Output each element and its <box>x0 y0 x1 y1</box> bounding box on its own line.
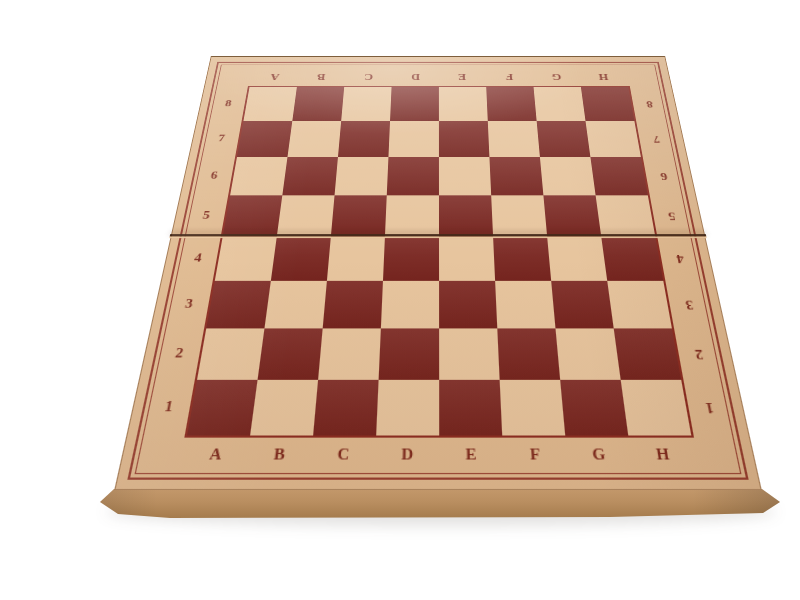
square-c5[interactable] <box>331 195 387 236</box>
square-d8[interactable] <box>390 87 439 121</box>
rank-label-left-7-text: 7 <box>217 134 225 143</box>
photo-background: ABCDEFGH ABCDEFGH 87654321 87654321 <box>0 0 800 600</box>
rank-label-right-1: 1 <box>681 380 738 436</box>
square-c7[interactable] <box>338 121 390 157</box>
rank-label-right-2-text: 2 <box>693 347 703 360</box>
square-e1[interactable] <box>439 380 502 436</box>
square-b1[interactable] <box>250 380 318 436</box>
rank-label-left-6: 6 <box>190 157 237 195</box>
rank-label-left-6-text: 6 <box>210 171 219 181</box>
file-label-bottom-e: E <box>439 436 504 475</box>
file-label-top-e-text: E <box>458 72 466 80</box>
square-d1[interactable] <box>376 380 439 436</box>
square-h7[interactable] <box>585 121 640 157</box>
file-label-top-h-text: H <box>597 72 608 80</box>
square-h6[interactable] <box>590 157 647 195</box>
rank-label-right-5-text: 5 <box>667 210 676 221</box>
square-b3[interactable] <box>264 281 326 329</box>
rank-label-left-4-text: 4 <box>193 253 202 264</box>
square-e6[interactable] <box>439 157 491 195</box>
rank-label-right-4: 4 <box>655 237 705 281</box>
rank-label-right-7: 7 <box>634 121 678 157</box>
file-label-bottom-h-text: H <box>655 447 670 462</box>
rank-label-right-2: 2 <box>672 328 726 379</box>
square-f7[interactable] <box>488 121 540 157</box>
square-c1[interactable] <box>313 380 378 436</box>
rank-label-right-8: 8 <box>628 87 670 121</box>
square-h1[interactable] <box>621 380 692 436</box>
square-a1[interactable] <box>187 380 258 436</box>
square-f6[interactable] <box>489 157 543 195</box>
rank-label-right-8-text: 8 <box>645 99 653 108</box>
square-g2[interactable] <box>555 328 620 379</box>
file-labels-bottom: ABCDEFGH <box>180 436 698 475</box>
square-c6[interactable] <box>335 157 389 195</box>
rank-label-left-5-text: 5 <box>202 210 211 221</box>
rank-label-right-3: 3 <box>663 281 715 329</box>
rank-label-left-2-text: 2 <box>174 347 184 360</box>
square-c2[interactable] <box>318 328 381 379</box>
rank-label-right-6: 6 <box>641 157 687 195</box>
file-label-top-d: D <box>392 66 439 87</box>
chessboard: ABCDEFGH ABCDEFGH 87654321 87654321 <box>114 56 762 490</box>
file-label-top-d-text: D <box>411 72 420 80</box>
rank-label-left-1-text: 1 <box>163 400 174 414</box>
square-g7[interactable] <box>537 121 591 157</box>
square-b5[interactable] <box>277 195 335 236</box>
file-labels-top: ABCDEFGH <box>250 66 629 87</box>
file-label-top-c: C <box>344 66 392 87</box>
square-e7[interactable] <box>439 121 490 157</box>
rank-label-left-5: 5 <box>182 195 230 236</box>
file-label-top-b: B <box>297 66 346 87</box>
square-e2[interactable] <box>439 328 500 379</box>
rank-label-right-4-text: 4 <box>675 253 684 264</box>
file-label-top-b-text: B <box>317 72 326 80</box>
file-label-top-a-text: A <box>270 72 280 80</box>
square-d6[interactable] <box>387 157 439 195</box>
square-b2[interactable] <box>258 328 323 379</box>
file-label-bottom-c-text: C <box>337 447 350 462</box>
square-h2[interactable] <box>614 328 682 379</box>
rank-label-left-4: 4 <box>172 237 222 281</box>
board-grid <box>187 87 691 435</box>
rank-label-left-8-text: 8 <box>224 99 232 108</box>
rank-label-right-5: 5 <box>648 195 696 236</box>
square-e5[interactable] <box>439 195 493 236</box>
rank-label-right-3-text: 3 <box>684 298 694 310</box>
file-label-top-e: E <box>439 66 486 87</box>
file-label-top-a: A <box>250 66 300 87</box>
square-d4[interactable] <box>383 237 439 281</box>
rank-label-left-3: 3 <box>162 281 215 329</box>
fold-seam <box>169 234 706 238</box>
square-f4[interactable] <box>493 237 551 281</box>
square-h8[interactable] <box>581 87 634 121</box>
square-d5[interactable] <box>385 195 439 236</box>
rank-label-left-3-text: 3 <box>184 298 194 310</box>
square-b8[interactable] <box>292 87 344 121</box>
file-label-top-h: H <box>578 66 628 87</box>
square-f1[interactable] <box>500 380 566 436</box>
file-label-bottom-g: G <box>565 436 633 475</box>
square-c8[interactable] <box>341 87 391 121</box>
file-label-bottom-c: C <box>310 436 376 475</box>
square-b7[interactable] <box>287 121 341 157</box>
file-label-bottom-d-text: D <box>401 447 413 462</box>
square-a8[interactable] <box>243 87 296 121</box>
square-h5[interactable] <box>596 195 656 236</box>
rank-label-right-1-text: 1 <box>704 400 715 414</box>
file-label-top-g-text: G <box>551 72 561 80</box>
file-label-bottom-d: D <box>374 436 439 475</box>
file-label-bottom-h: H <box>628 436 698 475</box>
square-g4[interactable] <box>547 237 607 281</box>
square-g3[interactable] <box>551 281 614 329</box>
square-g5[interactable] <box>543 195 601 236</box>
file-label-top-f-text: F <box>505 72 513 80</box>
file-label-bottom-e-text: E <box>465 447 476 462</box>
square-h4[interactable] <box>601 237 663 281</box>
rank-label-left-8: 8 <box>206 87 249 121</box>
file-label-bottom-g-text: G <box>592 447 607 462</box>
square-h3[interactable] <box>607 281 672 329</box>
rank-label-right-7-text: 7 <box>652 134 660 143</box>
file-label-bottom-b: B <box>245 436 313 475</box>
square-a5[interactable] <box>223 195 283 236</box>
square-a4[interactable] <box>215 237 277 281</box>
square-d3[interactable] <box>381 281 439 329</box>
square-g8[interactable] <box>534 87 586 121</box>
square-e3[interactable] <box>439 281 497 329</box>
square-g1[interactable] <box>560 380 628 436</box>
square-c3[interactable] <box>323 281 383 329</box>
square-a7[interactable] <box>237 121 292 157</box>
file-label-top-g: G <box>532 66 581 87</box>
file-label-top-f: F <box>485 66 533 87</box>
square-b4[interactable] <box>271 237 331 281</box>
square-a3[interactable] <box>206 281 271 329</box>
square-a2[interactable] <box>197 328 264 379</box>
file-label-bottom-a: A <box>180 436 250 475</box>
square-d2[interactable] <box>379 328 440 379</box>
file-label-bottom-b-text: B <box>273 447 286 462</box>
rank-label-left-7: 7 <box>199 121 244 157</box>
square-f3[interactable] <box>495 281 555 329</box>
square-e8[interactable] <box>439 87 488 121</box>
square-c4[interactable] <box>327 237 385 281</box>
square-g6[interactable] <box>540 157 596 195</box>
file-label-top-c-text: C <box>364 72 373 80</box>
file-label-bottom-a-text: A <box>208 447 222 462</box>
file-label-bottom-f: F <box>502 436 569 475</box>
rank-label-right-6-text: 6 <box>659 171 668 181</box>
rank-label-left-1: 1 <box>139 380 197 436</box>
square-f2[interactable] <box>497 328 560 379</box>
square-f5[interactable] <box>491 195 547 236</box>
square-f8[interactable] <box>486 87 536 121</box>
rank-label-left-2: 2 <box>151 328 206 379</box>
file-label-bottom-f-text: F <box>529 447 540 462</box>
square-a6[interactable] <box>230 157 287 195</box>
square-e4[interactable] <box>439 237 495 281</box>
square-d7[interactable] <box>388 121 438 157</box>
square-b6[interactable] <box>282 157 338 195</box>
